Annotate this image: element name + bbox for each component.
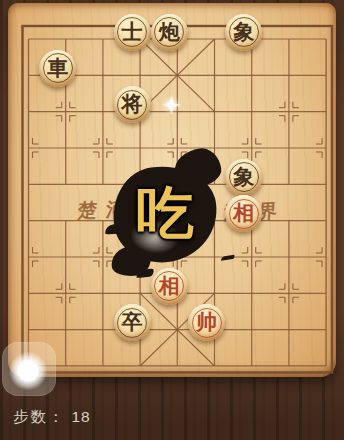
piece-glyph: 相	[159, 275, 180, 296]
xiangqi-piece-卒[interactable]: 卒	[114, 304, 151, 341]
piece-glyph: 炮	[159, 21, 180, 42]
xiangqi-piece-象[interactable]: 象	[225, 14, 262, 51]
step-counter-label: 步数：	[13, 408, 66, 425]
piece-glyph: 象	[233, 166, 254, 187]
capture-label: 吃	[113, 166, 217, 262]
xiangqi-piece-相[interactable]: 相	[151, 268, 188, 305]
xiangqi-board[interactable]: 楚河 漢界 吃 士炮象車将象車相相卒帅	[8, 3, 336, 377]
step-counter: 步数：18	[13, 407, 91, 428]
piece-glyph: 将	[122, 93, 143, 114]
xiangqi-piece-象[interactable]: 象	[225, 159, 262, 196]
touch-pointer-dot	[9, 352, 47, 390]
capture-effect: 吃	[107, 159, 223, 269]
xiangqi-piece-車[interactable]: 車	[39, 50, 76, 87]
sparkle-effect	[160, 94, 182, 116]
piece-glyph: 象	[233, 21, 254, 42]
step-counter-value: 18	[72, 408, 91, 425]
piece-glyph: 士	[122, 21, 143, 42]
xiangqi-piece-士[interactable]: 士	[114, 14, 151, 51]
touch-indicator[interactable]	[2, 342, 56, 396]
xiangqi-piece-炮[interactable]: 炮	[151, 14, 188, 51]
piece-glyph: 車	[47, 57, 68, 78]
piece-glyph: 帅	[196, 311, 217, 332]
piece-glyph: 相	[233, 202, 254, 223]
piece-glyph: 卒	[122, 311, 143, 332]
xiangqi-piece-将[interactable]: 将	[114, 86, 151, 123]
xiangqi-piece-帅[interactable]: 帅	[188, 304, 225, 341]
